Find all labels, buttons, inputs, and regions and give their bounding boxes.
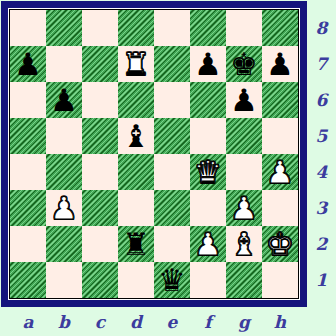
square-f1[interactable]: [190, 262, 226, 298]
square-d3[interactable]: [118, 190, 154, 226]
black-queen-e1: ♛: [154, 262, 190, 298]
black-pawn-b6: ♟: [46, 82, 82, 118]
square-f6[interactable]: [190, 82, 226, 118]
file-labels: abcdefgh: [10, 307, 298, 336]
rank-label-3: 3: [307, 190, 336, 226]
board-frame: ♟♜♟♚♟♟♟♝♛♟♟♟♜♟♝♚♛: [1, 1, 307, 307]
black-pawn-f7: ♟: [190, 46, 226, 82]
rank-label-7: 7: [307, 46, 336, 82]
square-h2[interactable]: ♚: [262, 226, 298, 262]
black-bishop-d5: ♝: [118, 118, 154, 154]
square-b1[interactable]: [46, 262, 82, 298]
square-a1[interactable]: [10, 262, 46, 298]
square-a2[interactable]: [10, 226, 46, 262]
file-label-c: c: [82, 307, 118, 336]
square-g7[interactable]: ♚: [226, 46, 262, 82]
square-d6[interactable]: [118, 82, 154, 118]
white-king-h2: ♚: [262, 226, 298, 262]
square-g4[interactable]: [226, 154, 262, 190]
square-d5[interactable]: ♝: [118, 118, 154, 154]
square-d7[interactable]: ♜: [118, 46, 154, 82]
square-h7[interactable]: ♟: [262, 46, 298, 82]
square-e7[interactable]: [154, 46, 190, 82]
file-label-e: e: [154, 307, 190, 336]
square-e3[interactable]: [154, 190, 190, 226]
square-c7[interactable]: [82, 46, 118, 82]
square-e8[interactable]: [154, 10, 190, 46]
square-d4[interactable]: [118, 154, 154, 190]
rank-label-8: 8: [307, 10, 336, 46]
chess-board: ♟♜♟♚♟♟♟♝♛♟♟♟♜♟♝♚♛: [10, 10, 298, 298]
file-label-h: h: [262, 307, 298, 336]
square-g8[interactable]: [226, 10, 262, 46]
square-b4[interactable]: [46, 154, 82, 190]
square-f7[interactable]: ♟: [190, 46, 226, 82]
square-f2[interactable]: ♟: [190, 226, 226, 262]
square-c2[interactable]: [82, 226, 118, 262]
square-h3[interactable]: [262, 190, 298, 226]
square-b3[interactable]: ♟: [46, 190, 82, 226]
file-label-g: g: [226, 307, 262, 336]
square-h8[interactable]: [262, 10, 298, 46]
board-inner-border: ♟♜♟♚♟♟♟♝♛♟♟♟♜♟♝♚♛: [9, 9, 299, 299]
black-rook-d2: ♜: [118, 226, 154, 262]
rank-label-1: 1: [307, 262, 336, 298]
square-a7[interactable]: ♟: [10, 46, 46, 82]
square-f8[interactable]: [190, 10, 226, 46]
square-c4[interactable]: [82, 154, 118, 190]
rank-labels: 87654321: [307, 10, 336, 298]
square-a4[interactable]: [10, 154, 46, 190]
file-label-a: a: [10, 307, 46, 336]
square-d1[interactable]: [118, 262, 154, 298]
square-g1[interactable]: [226, 262, 262, 298]
rank-label-2: 2: [307, 226, 336, 262]
square-f3[interactable]: [190, 190, 226, 226]
rank-label-6: 6: [307, 82, 336, 118]
white-pawn-h4: ♟: [262, 154, 298, 190]
file-label-b: b: [46, 307, 82, 336]
square-a6[interactable]: [10, 82, 46, 118]
square-g2[interactable]: ♝: [226, 226, 262, 262]
square-e2[interactable]: [154, 226, 190, 262]
black-king-g7: ♚: [226, 46, 262, 82]
white-pawn-g3: ♟: [226, 190, 262, 226]
white-rook-d7: ♜: [118, 46, 154, 82]
square-a3[interactable]: [10, 190, 46, 226]
square-b5[interactable]: [46, 118, 82, 154]
white-queen-f4: ♛: [190, 154, 226, 190]
square-b8[interactable]: [46, 10, 82, 46]
black-pawn-a7: ♟: [10, 46, 46, 82]
square-e1[interactable]: ♛: [154, 262, 190, 298]
square-b7[interactable]: [46, 46, 82, 82]
black-pawn-g6: ♟: [226, 82, 262, 118]
white-pawn-f2: ♟: [190, 226, 226, 262]
square-d2[interactable]: ♜: [118, 226, 154, 262]
chess-diagram-page: ♟♜♟♚♟♟♟♝♛♟♟♟♜♟♝♚♛ 87654321 abcdefgh: [0, 0, 336, 336]
square-g3[interactable]: ♟: [226, 190, 262, 226]
square-b6[interactable]: ♟: [46, 82, 82, 118]
white-bishop-g2: ♝: [226, 226, 262, 262]
square-c5[interactable]: [82, 118, 118, 154]
square-f4[interactable]: ♛: [190, 154, 226, 190]
file-label-f: f: [190, 307, 226, 336]
square-c3[interactable]: [82, 190, 118, 226]
square-a5[interactable]: [10, 118, 46, 154]
square-f5[interactable]: [190, 118, 226, 154]
square-c1[interactable]: [82, 262, 118, 298]
rank-label-5: 5: [307, 118, 336, 154]
white-pawn-b3: ♟: [46, 190, 82, 226]
square-g5[interactable]: [226, 118, 262, 154]
square-h6[interactable]: [262, 82, 298, 118]
square-e5[interactable]: [154, 118, 190, 154]
square-g6[interactable]: ♟: [226, 82, 262, 118]
square-c6[interactable]: [82, 82, 118, 118]
square-c8[interactable]: [82, 10, 118, 46]
file-label-d: d: [118, 307, 154, 336]
square-h4[interactable]: ♟: [262, 154, 298, 190]
square-h1[interactable]: [262, 262, 298, 298]
square-e4[interactable]: [154, 154, 190, 190]
square-d8[interactable]: [118, 10, 154, 46]
square-h5[interactable]: [262, 118, 298, 154]
black-pawn-h7: ♟: [262, 46, 298, 82]
square-e6[interactable]: [154, 82, 190, 118]
rank-label-4: 4: [307, 154, 336, 190]
square-b2[interactable]: [46, 226, 82, 262]
square-a8[interactable]: [10, 10, 46, 46]
